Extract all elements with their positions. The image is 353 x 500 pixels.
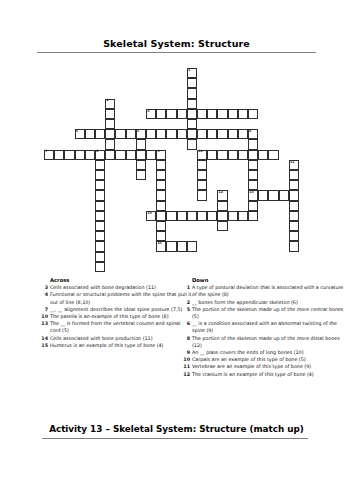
down-clue-9: 9An __ plate covers the ends of long bon…	[183, 349, 344, 356]
grid-cell-r12c23[interactable]	[279, 190, 289, 200]
across-clue-list: 3Cells associated with bone degradation …	[41, 284, 192, 349]
grid-cell-r11c15[interactable]	[197, 180, 207, 190]
grid-cell-r6c19[interactable]	[238, 129, 248, 139]
across-clue-text-13: The __ is formed from the vertebral colu…	[50, 320, 192, 334]
grid-cell-r13c24[interactable]	[289, 201, 299, 211]
grid-cell-r6c20[interactable]	[248, 129, 258, 139]
across-clue-text-15: Humerus is an example of this type of bo…	[50, 342, 192, 349]
grid-cell-r6c16[interactable]	[207, 129, 217, 139]
across-clue-7: 7__, __ alignment describes the ideal sp…	[41, 306, 192, 313]
grid-cell-r7c20[interactable]	[248, 139, 258, 149]
down-clue-text-1: A type of postural deviation that is ass…	[192, 284, 344, 298]
grid-cell-r4c20[interactable]	[248, 109, 258, 119]
grid-cell-r4c16[interactable]	[207, 109, 217, 119]
grid-cell-r14c24[interactable]	[289, 211, 299, 221]
grid-cell-r9c15[interactable]	[197, 160, 207, 170]
across-clue-number-3: 3	[41, 284, 48, 291]
grid-cell-r17c11[interactable]	[156, 241, 166, 251]
grid-cell-r14c19[interactable]	[238, 211, 248, 221]
grid-cell-r15c5[interactable]	[95, 221, 105, 231]
grid-cell-r16c24[interactable]	[289, 231, 299, 241]
grid-cell-r3c6[interactable]	[105, 99, 115, 109]
grid-cell-r17c13[interactable]	[177, 241, 187, 251]
grid-cell-r8c19[interactable]	[238, 150, 248, 160]
grid-cell-r17c12[interactable]	[166, 241, 176, 251]
across-clue-number-14: 14	[41, 335, 48, 342]
down-clue-11: 11Vertebrae are an example of this type …	[183, 363, 344, 370]
grid-cell-r6c9[interactable]	[136, 129, 146, 139]
grid-cell-r2c14[interactable]	[187, 88, 197, 98]
grid-cell-r9c5[interactable]	[95, 160, 105, 170]
across-clue-text-10: The patella is an example of this type o…	[50, 313, 192, 320]
grid-cell-r8c5[interactable]	[95, 150, 105, 160]
grid-cell-r12c17[interactable]	[217, 190, 227, 200]
grid-cell-r14c15[interactable]	[197, 211, 207, 221]
across-clue-15: 15Humerus is an example of this type of …	[41, 342, 192, 349]
down-clue-text-10: Carpals are an example of this type of b…	[192, 356, 344, 363]
grid-cell-r11c20[interactable]	[248, 180, 258, 190]
grid-cell-r8c3[interactable]	[75, 150, 85, 160]
across-header: Across	[41, 277, 192, 284]
across-clue-3: 3Cells associated with bone degradation …	[41, 284, 192, 291]
down-clue-number-2: 2	[183, 299, 190, 306]
down-clue-text-12: The cranium is an example of this type o…	[192, 371, 344, 378]
footer-title: Activity 13 – Skeletal System: Structure…	[0, 424, 353, 434]
grid-cell-r12c24[interactable]	[289, 190, 299, 200]
grid-cell-r8c15[interactable]	[197, 150, 207, 160]
down-clue-number-1: 1	[183, 284, 190, 298]
grid-cell-r4c14[interactable]	[187, 109, 197, 119]
grid-cell-r8c0[interactable]	[44, 150, 54, 160]
down-clue-number-8: 8	[183, 335, 190, 349]
grid-cell-r3c14[interactable]	[187, 99, 197, 109]
grid-cell-r4c11[interactable]	[156, 109, 166, 119]
grid-cell-r6c7[interactable]	[115, 129, 125, 139]
grid-cell-r19c5[interactable]	[95, 262, 105, 272]
grid-cell-r8c17[interactable]	[217, 150, 227, 160]
grid-cell-r4c18[interactable]	[228, 109, 238, 119]
grid-cell-r8c2[interactable]	[64, 150, 74, 160]
down-clue-number-5: 5	[183, 306, 190, 320]
grid-cell-r17c5[interactable]	[95, 241, 105, 251]
grid-cell-r10c11[interactable]	[156, 170, 166, 180]
grid-cell-r12c21[interactable]	[258, 190, 268, 200]
grid-cell-r4c10[interactable]	[146, 109, 156, 119]
grid-cell-r6c5[interactable]	[95, 129, 105, 139]
down-clues-column: Down 1A type of postural deviation that …	[183, 277, 344, 378]
across-clue-14: 14Cells associated with bone production …	[41, 335, 192, 342]
grid-cell-r11c5[interactable]	[95, 180, 105, 190]
grid-cell-r14c12[interactable]	[166, 211, 176, 221]
down-clue-12: 12The cranium is an example of this type…	[183, 371, 344, 378]
grid-cell-r5c14[interactable]	[187, 119, 197, 129]
grid-cell-r14c18[interactable]	[228, 211, 238, 221]
footer-title-rule	[42, 438, 308, 439]
grid-cell-r4c17[interactable]	[217, 109, 227, 119]
grid-cell-r12c22[interactable]	[268, 190, 278, 200]
down-clue-5: 5The portion of the skeleton made up of …	[183, 306, 344, 320]
down-clue-10: 10Carpals are an example of this type of…	[183, 356, 344, 363]
down-clue-8: 8The portion of the skeleton made up of …	[183, 335, 344, 349]
grid-cell-r17c24[interactable]	[289, 241, 299, 251]
down-clue-number-11: 11	[183, 363, 190, 370]
grid-cell-r18c5[interactable]	[95, 252, 105, 262]
grid-cell-r1c14[interactable]	[187, 78, 197, 88]
grid-cell-r6c8[interactable]	[126, 129, 136, 139]
across-clue-number-4: 4	[41, 291, 48, 305]
down-clue-number-9: 9	[183, 349, 190, 356]
across-clues-column: Across 3Cells associated with bone degra…	[41, 277, 192, 349]
top-title-rule	[37, 52, 316, 53]
grid-cell-r14c16[interactable]	[207, 211, 217, 221]
grid-cell-r8c9[interactable]	[136, 150, 146, 160]
grid-cell-r14c14[interactable]	[187, 211, 197, 221]
grid-cell-r4c12[interactable]	[166, 109, 176, 119]
grid-cell-r17c14[interactable]	[187, 241, 197, 251]
grid-cell-r7c6[interactable]	[105, 139, 115, 149]
grid-cell-r5c6[interactable]	[105, 119, 115, 129]
grid-cell-r14c13[interactable]	[177, 211, 187, 221]
down-clue-text-8: The portion of the skeleton made up of t…	[192, 335, 344, 349]
down-clue-text-5: The portion of the skeleton made up of t…	[192, 306, 344, 320]
across-clue-number-15: 15	[41, 342, 48, 349]
grid-cell-r10c15[interactable]	[197, 170, 207, 180]
down-clue-text-2: __ bones form the appendicular skeleton …	[192, 299, 344, 306]
grid-cell-r6c11[interactable]	[156, 129, 166, 139]
grid-cell-r6c17[interactable]	[217, 129, 227, 139]
grid-cell-r8c16[interactable]	[207, 150, 217, 160]
grid-cell-r4c6[interactable]	[105, 109, 115, 119]
down-clue-1: 1A type of postural deviation that is as…	[183, 284, 344, 298]
grid-cell-r12c15[interactable]	[197, 190, 207, 200]
grid-cell-r4c15[interactable]	[197, 109, 207, 119]
grid-cell-r10c20[interactable]	[248, 170, 258, 180]
grid-cell-r12c11[interactable]	[156, 190, 166, 200]
grid-cell-r13c11[interactable]	[156, 201, 166, 211]
down-clue-text-6: __ is a condition associated with an abn…	[192, 320, 344, 334]
grid-cell-r6c4[interactable]	[85, 129, 95, 139]
grid-cell-r6c13[interactable]	[177, 129, 187, 139]
grid-cell-r6c3[interactable]	[75, 129, 85, 139]
grid-cell-r8c7[interactable]	[115, 150, 125, 160]
grid-cell-r7c14[interactable]	[187, 139, 197, 149]
grid-cell-r9c20[interactable]	[248, 160, 258, 170]
across-clue-number-10: 10	[41, 313, 48, 320]
grid-cell-r8c6[interactable]	[105, 150, 115, 160]
grid-cell-r8c8[interactable]	[126, 150, 136, 160]
grid-cell-r9c9[interactable]	[136, 160, 146, 170]
grid-cell-r12c20[interactable]	[248, 190, 258, 200]
down-clue-number-10: 10	[183, 356, 190, 363]
grid-cell-r8c1[interactable]	[54, 150, 64, 160]
grid-cell-r14c20[interactable]	[248, 211, 258, 221]
down-clue-text-9: An __ plate covers the ends of long bone…	[192, 349, 344, 356]
down-clue-number-6: 6	[183, 320, 190, 334]
grid-cell-r0c14[interactable]	[187, 68, 197, 78]
across-clue-text-14: Cells associated with bone production (1…	[50, 335, 192, 342]
grid-cell-r8c4[interactable]	[85, 150, 95, 160]
down-clue-text-11: Vertebrae are an example of this type of…	[192, 363, 344, 370]
grid-cell-r16c11[interactable]	[156, 231, 166, 241]
grid-cell-r7c9[interactable]	[136, 139, 146, 149]
grid-cell-r14c10[interactable]	[146, 211, 156, 221]
grid-cell-r14c5[interactable]	[95, 211, 105, 221]
grid-cell-r8c10[interactable]	[146, 150, 156, 160]
grid-cell-r8c18[interactable]	[228, 150, 238, 160]
across-clue-13: 13The __ is formed from the vertebral co…	[41, 320, 192, 334]
grid-cell-r4c19[interactable]	[238, 109, 248, 119]
grid-cell-r6c10[interactable]	[146, 129, 156, 139]
across-clue-number-7: 7	[41, 306, 48, 313]
grid-cell-r6c12[interactable]	[166, 129, 176, 139]
grid-cell-r14c17[interactable]	[217, 211, 227, 221]
grid-cell-r13c5[interactable]	[95, 201, 105, 211]
across-clue-number-13: 13	[41, 320, 48, 334]
grid-cell-r11c24[interactable]	[289, 180, 299, 190]
grid-cell-r11c11[interactable]	[156, 180, 166, 190]
grid-cell-r16c5[interactable]	[95, 231, 105, 241]
grid-cell-r8c11[interactable]	[156, 150, 166, 160]
grid-cell-r6c15[interactable]	[197, 129, 207, 139]
grid-cell-r14c11[interactable]	[156, 211, 166, 221]
grid-cell-r15c17[interactable]	[217, 221, 227, 231]
across-clue-text-7: __, __ alignment describes the ideal spi…	[50, 306, 192, 313]
grid-cell-r6c14[interactable]	[187, 129, 197, 139]
crossword-grid: 123456789101112131415	[44, 68, 300, 273]
grid-cell-r9c24[interactable]	[289, 160, 299, 170]
grid-cell-r8c22[interactable]	[268, 150, 278, 160]
grid-cell-r8c21[interactable]	[258, 150, 268, 160]
grid-cell-r10c24[interactable]	[289, 170, 299, 180]
grid-cell-r13c20[interactable]	[248, 201, 258, 211]
grid-cell-r9c11[interactable]	[156, 160, 166, 170]
grid-cell-r4c13[interactable]	[177, 109, 187, 119]
grid-cell-r15c11[interactable]	[156, 221, 166, 231]
grid-cell-r6c6[interactable]	[105, 129, 115, 139]
grid-cell-r12c5[interactable]	[95, 190, 105, 200]
grid-cell-r15c24[interactable]	[289, 221, 299, 231]
down-clue-2: 2__ bones form the appendicular skeleton…	[183, 299, 344, 306]
across-clue-text-4: Functional or structural problems with t…	[50, 291, 192, 305]
across-clue-text-3: Cells associated with bone degradation (…	[50, 284, 192, 291]
down-clue-list: 1A type of postural deviation that is as…	[183, 284, 344, 378]
worksheet-page: Skeletal System: Structure 1234567891011…	[0, 0, 353, 500]
down-header: Down	[183, 277, 344, 284]
grid-cell-r10c5[interactable]	[95, 170, 105, 180]
grid-cell-r13c17[interactable]	[217, 201, 227, 211]
page-title: Skeletal System: Structure	[0, 38, 353, 49]
across-clue-4: 4Functional or structural problems with …	[41, 291, 192, 305]
grid-cell-r8c20[interactable]	[248, 150, 258, 160]
grid-cell-r10c9[interactable]	[136, 170, 146, 180]
down-clue-6: 6__ is a condition associated with an ab…	[183, 320, 344, 334]
down-clue-number-12: 12	[183, 371, 190, 378]
across-clue-10: 10The patella is an example of this type…	[41, 313, 192, 320]
grid-cell-r6c18[interactable]	[228, 129, 238, 139]
